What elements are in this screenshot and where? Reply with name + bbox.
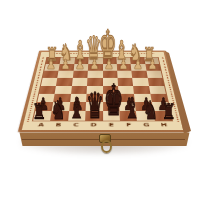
black-rook: ♜ bbox=[162, 102, 176, 124]
square bbox=[147, 78, 164, 86]
square bbox=[41, 78, 58, 86]
white-pawn: ♟ bbox=[119, 57, 128, 71]
square bbox=[132, 71, 148, 78]
clasp-ring-icon bbox=[101, 140, 112, 153]
white-pawn: ♟ bbox=[61, 57, 70, 71]
square bbox=[146, 71, 162, 78]
white-pawn: ♟ bbox=[104, 57, 113, 71]
square bbox=[58, 71, 74, 78]
white-pawn: ♟ bbox=[46, 57, 55, 71]
white-pawn: ♟ bbox=[90, 57, 99, 71]
black-king: ♚ bbox=[104, 80, 124, 123]
white-pawn: ♟ bbox=[75, 57, 84, 71]
black-bishop: ♝ bbox=[124, 95, 140, 124]
square bbox=[39, 86, 56, 94]
square bbox=[132, 78, 148, 86]
black-queen: ♛ bbox=[86, 87, 104, 123]
square bbox=[56, 78, 72, 86]
white-pawn: ♟ bbox=[148, 57, 157, 71]
white-pawn: ♟ bbox=[133, 57, 142, 71]
square bbox=[88, 71, 103, 78]
black-rook: ♜ bbox=[32, 102, 46, 124]
square bbox=[73, 71, 88, 78]
black-bishop: ♝ bbox=[68, 95, 84, 124]
black-knight: ♞ bbox=[50, 98, 65, 124]
square bbox=[149, 86, 166, 94]
square bbox=[43, 71, 59, 78]
product-photo: ABCDEFGH ♜♞♝♛♚♝♞♜♟♟♟♟♟♟♟♟♟♟♟♟♟♟♟♟♜♞♝♛♚♝♞… bbox=[0, 0, 200, 200]
black-knight: ♞ bbox=[143, 98, 158, 124]
